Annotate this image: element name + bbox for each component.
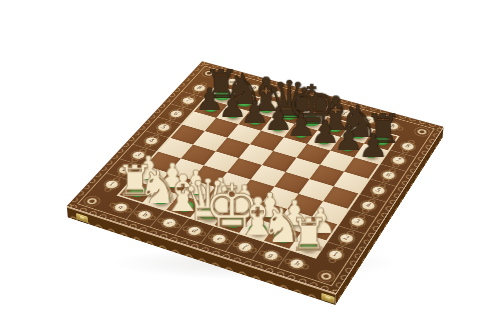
coordinate-medallion: h	[385, 121, 400, 130]
coordinate-medallion: f	[338, 108, 353, 117]
coordinate-medallion: e	[315, 102, 330, 111]
coordinate-label: 4	[364, 203, 371, 209]
felt-base	[292, 128, 310, 139]
coordinate-medallion: 6	[380, 170, 396, 180]
felt-base	[346, 127, 368, 140]
coordinate-label: c	[274, 92, 280, 97]
coordinate-label: b	[141, 212, 149, 218]
coordinate-label: f	[343, 111, 348, 116]
coordinate-label: 1	[331, 252, 338, 258]
felt-base	[362, 148, 380, 159]
coordinate-medallion: a	[113, 202, 130, 213]
brass-clasp-icon	[76, 213, 88, 223]
coordinate-label: 7	[184, 98, 191, 103]
coordinate-label: a	[229, 79, 236, 84]
coordinate-label: g	[267, 252, 275, 258]
frame-coordinate-cell: 4	[350, 194, 386, 217]
frame-coordinate-cell: 5	[360, 179, 396, 202]
coordinate-medallion: d	[292, 96, 307, 105]
coordinate-medallion: 5	[156, 123, 172, 132]
coordinate-label: b	[251, 85, 258, 90]
coordinate-label: 5	[375, 187, 382, 193]
coordinate-label: 3	[354, 219, 361, 225]
coordinate-medallion: 1	[326, 249, 343, 260]
coordinate-label: 5	[160, 125, 167, 130]
square-h5[interactable]	[334, 172, 369, 194]
coordinate-medallion: g	[361, 115, 376, 124]
felt-base	[269, 122, 287, 133]
coordinate-medallion: b	[137, 209, 154, 220]
coordinate-label: g	[366, 117, 372, 122]
coordinate-medallion: 6	[168, 109, 184, 118]
felt-base	[233, 96, 254, 108]
coordinate-medallion: h	[289, 258, 306, 270]
coordinate-label: e	[216, 236, 223, 242]
felt-base	[202, 103, 220, 113]
coordinate-medallion: c	[269, 90, 284, 99]
coordinate-label: h	[293, 260, 301, 266]
felt-base	[246, 116, 264, 126]
coordinate-medallion: e	[211, 233, 228, 244]
coordinate-label: 6	[385, 172, 392, 178]
coordinate-medallion: c	[161, 217, 178, 228]
coordinate-medallion: 4	[143, 136, 159, 145]
coordinate-medallion: 8	[192, 84, 207, 92]
coordinate-label: e	[319, 104, 325, 109]
coordinate-label: 8	[196, 86, 203, 91]
felt-base	[338, 142, 356, 153]
felt-base	[211, 90, 232, 102]
coordinate-label: 6	[172, 111, 179, 116]
coordinate-medallion: g	[262, 249, 279, 260]
square-g5[interactable]	[309, 165, 344, 187]
frame-coordinate-cell: 6	[371, 164, 406, 186]
coordinate-label: 2	[343, 235, 350, 241]
coordinate-medallion: 7	[180, 96, 195, 105]
coordinate-medallion: b	[247, 84, 262, 92]
coordinate-label: 8	[404, 144, 411, 149]
coordinate-label: 4	[147, 138, 154, 143]
coordinate-medallion: 7	[390, 156, 406, 166]
coordinate-label: f	[242, 244, 248, 250]
brass-clasp-icon	[321, 293, 335, 304]
coordinate-label: 7	[395, 158, 402, 163]
felt-base	[315, 135, 333, 146]
felt-base	[370, 134, 392, 147]
felt-base	[224, 109, 242, 119]
chess-set-3d-scene: abcdefgh abcdefgh 87654321 87654321 ♜♞♟♝…	[0, 0, 500, 333]
coordinate-label: d	[296, 98, 303, 103]
coordinate-medallion: 5	[370, 185, 386, 195]
product-photo: abcdefgh abcdefgh 87654321 87654321 ♜♞♟♝…	[0, 0, 500, 333]
coordinate-label: h	[390, 123, 396, 128]
coordinate-label: c	[166, 220, 173, 226]
coordinate-medallion: f	[237, 241, 254, 252]
coordinate-medallion: a	[225, 77, 240, 85]
coordinate-medallion: d	[186, 225, 203, 236]
coordinate-label: d	[191, 228, 199, 234]
felt-base	[255, 102, 276, 114]
coordinate-label: a	[117, 204, 125, 210]
chess-board: abcdefgh abcdefgh 87654321 87654321 ♜♞♟♝…	[67, 61, 444, 293]
coordinate-medallion: 8	[400, 142, 415, 151]
felt-base	[323, 121, 345, 134]
frame-coordinate-cell: h	[277, 250, 316, 276]
coordinate-medallion: 4	[360, 200, 376, 211]
